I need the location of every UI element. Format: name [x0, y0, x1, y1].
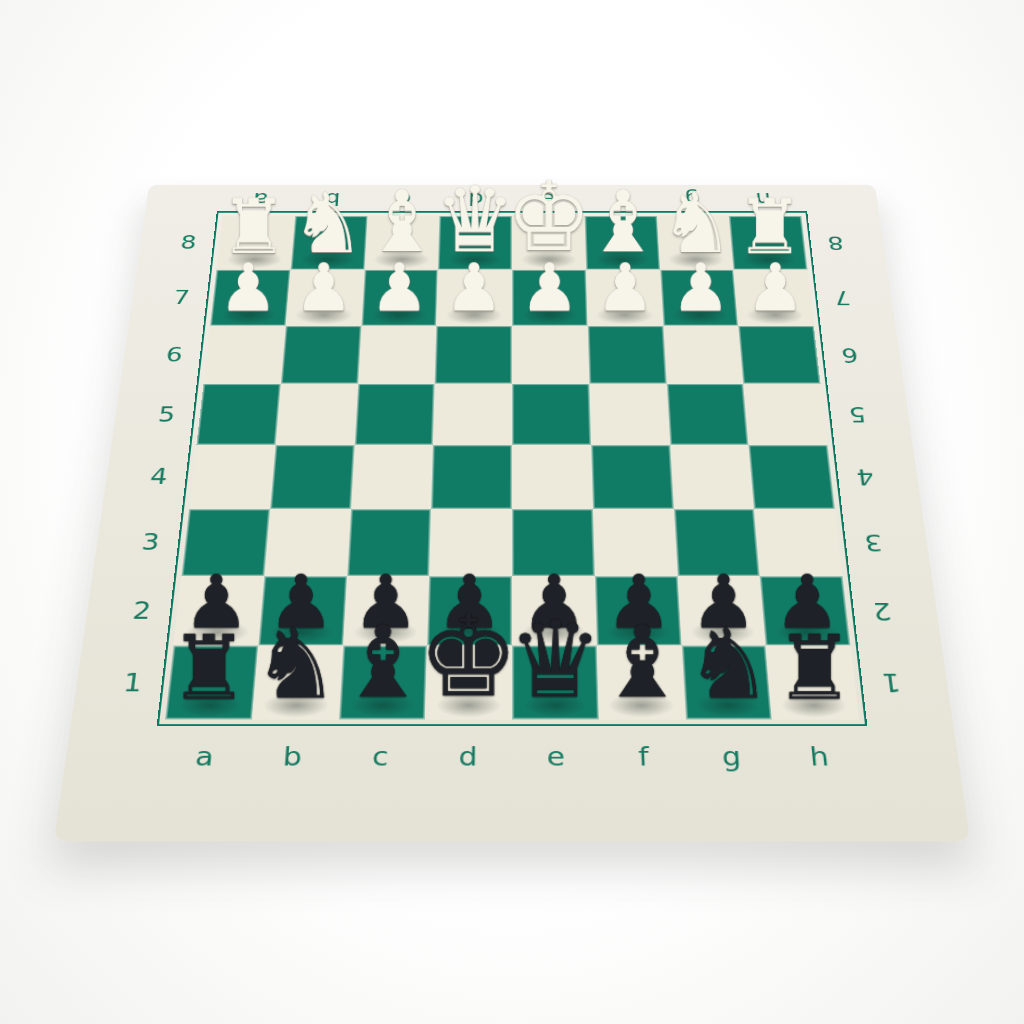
file-label-rotated-e: e — [512, 185, 584, 215]
file-label-d: d — [424, 733, 512, 780]
file-label-rotated-b: b — [295, 185, 369, 215]
square-f4[interactable] — [591, 445, 674, 509]
square-g5[interactable] — [666, 384, 748, 445]
square-e6[interactable] — [512, 326, 589, 384]
chess-board: ♜♞♝♛♚♝♞♜♟♟♟♟♟♟♟♟♟♟♟♟♟♟♟♟♜♞♝♚♛♝♞♜ — [165, 216, 859, 719]
file-label-rotated-g: g — [655, 185, 729, 215]
file-label-g: g — [686, 733, 777, 780]
file-label-e: e — [512, 733, 600, 780]
square-h4[interactable] — [749, 445, 835, 509]
file-labels-bottom: abcdefgh — [158, 733, 866, 780]
square-b6[interactable] — [281, 326, 361, 384]
rank-label-rotated-8: 8 — [805, 216, 867, 270]
file-label-f: f — [599, 733, 689, 780]
file-label-rotated-f: f — [583, 185, 656, 215]
square-c5[interactable] — [354, 384, 435, 445]
square-b4[interactable] — [270, 445, 354, 509]
file-label-rotated-h: h — [726, 185, 801, 215]
square-d6[interactable] — [435, 326, 512, 384]
square-g4[interactable] — [670, 445, 754, 509]
square-a4[interactable] — [189, 445, 275, 509]
square-c6[interactable] — [358, 326, 437, 384]
square-d4[interactable] — [431, 445, 512, 509]
file-label-a: a — [158, 733, 250, 780]
file-label-rotated-d: d — [440, 185, 512, 215]
file-label-h: h — [773, 733, 865, 780]
square-e4[interactable] — [512, 445, 593, 509]
square-g6[interactable] — [663, 326, 743, 384]
file-label-c: c — [335, 733, 425, 780]
chessboard-photo: abcdefgh 87654321 87654321 abcdefgh ♜♞♝♛… — [0, 0, 1024, 1024]
piece-black-rook-h1[interactable]: ♜ — [746, 624, 885, 713]
rank-label-rotated-6: 6 — [818, 326, 883, 384]
square-h6[interactable] — [738, 326, 820, 384]
file-labels-top: abcdefgh — [223, 185, 801, 215]
board-mat: abcdefgh 87654321 87654321 abcdefgh ♜♞♝♛… — [54, 185, 970, 842]
rank-label-5: 5 — [133, 384, 199, 445]
square-d5[interactable] — [433, 384, 512, 445]
rank-label-rotated-5: 5 — [824, 384, 890, 445]
square-e5[interactable] — [512, 384, 591, 445]
square-a6[interactable] — [203, 326, 285, 384]
rank-label-rotated-4: 4 — [832, 445, 900, 509]
rank-label-6: 6 — [142, 326, 207, 384]
square-b5[interactable] — [275, 384, 357, 445]
rank-label-4: 4 — [124, 445, 192, 509]
square-f5[interactable] — [589, 384, 670, 445]
rank-label-rotated-7: 7 — [811, 270, 874, 326]
square-h7[interactable]: ♟ — [734, 270, 814, 326]
square-h1[interactable]: ♜ — [766, 646, 859, 720]
square-h5[interactable] — [743, 384, 827, 445]
file-label-rotated-a: a — [223, 185, 298, 215]
square-f6[interactable] — [587, 326, 666, 384]
file-label-b: b — [247, 733, 338, 780]
square-c4[interactable] — [351, 445, 434, 509]
file-label-rotated-c: c — [367, 185, 440, 215]
square-a5[interactable] — [196, 384, 280, 445]
